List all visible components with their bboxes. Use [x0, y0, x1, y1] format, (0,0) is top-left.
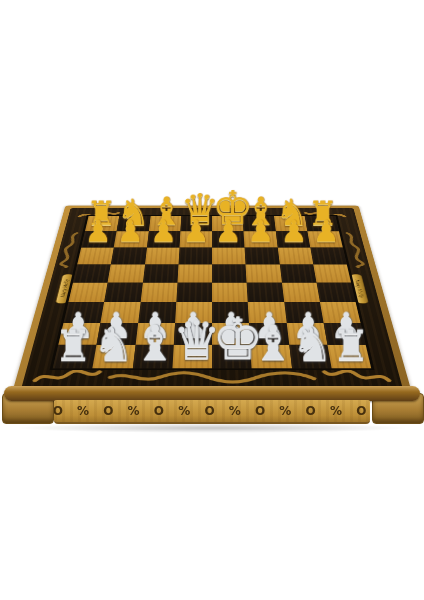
square-a5: [73, 264, 111, 282]
square-b5: [108, 264, 145, 282]
square-f5: [246, 264, 282, 282]
square-c6: [145, 247, 180, 264]
square-c7: ♟: [147, 231, 181, 247]
square-f6: [245, 247, 280, 264]
square-f1: ♝: [250, 345, 291, 369]
square-h8: ♜: [305, 216, 339, 231]
square-b8: ♞: [117, 216, 151, 231]
board-squares: ♜♞♝♛♚♝♞♜♟♟♟♟♟♟♟♟♟♟♟♟♟♟♟♟♜♞♝♛♚♝♞♜: [53, 216, 371, 368]
square-g1: ♞: [289, 345, 332, 369]
square-d2: ♟: [174, 323, 212, 345]
square-h3: [320, 302, 361, 323]
square-g7: ♟: [275, 231, 310, 247]
square-a3: [64, 302, 105, 323]
square-d1: ♛: [172, 345, 212, 369]
front-edge-rail: [4, 386, 420, 401]
square-g8: ♞: [274, 216, 308, 231]
square-f8: ♝: [243, 216, 276, 231]
square-b7: ♟: [114, 231, 149, 247]
square-b4: [104, 283, 142, 302]
square-h1: ♜: [327, 345, 371, 369]
square-a2: ♟: [58, 323, 100, 345]
square-e2: ♟: [212, 323, 250, 345]
square-d7: ♟: [179, 231, 212, 247]
square-a4: [68, 283, 107, 302]
square-b2: ♟: [97, 323, 138, 345]
square-c3: [138, 302, 176, 323]
square-h4: [316, 283, 355, 302]
square-c4: [140, 283, 177, 302]
square-d4: [176, 283, 212, 302]
square-h6: [310, 247, 347, 264]
square-e7: ♟: [212, 231, 245, 247]
square-h5: [313, 264, 351, 282]
board-plane: Marty McFly Marty McFly ♜♞♝♛♚♝♞♜♟♟♟♟♟♟♟♟…: [12, 206, 412, 393]
square-d3: [175, 302, 212, 323]
square-c1: ♝: [132, 345, 173, 369]
square-c8: ♝: [149, 216, 182, 231]
square-a7: ♟: [81, 231, 117, 247]
corner-scroll-icon: [320, 368, 394, 384]
square-b3: [101, 302, 141, 323]
square-e4: [212, 283, 248, 302]
square-e8: ♚: [212, 216, 244, 231]
square-g6: [277, 247, 313, 264]
square-c5: [142, 264, 178, 282]
square-b6: [111, 247, 147, 264]
front-wave-carving-icon: [105, 370, 318, 385]
square-d6: [178, 247, 212, 264]
square-f7: ♟: [244, 231, 278, 247]
square-f4: [247, 283, 284, 302]
square-g5: [279, 264, 316, 282]
brand-plaque-text: Marty McFly: [355, 280, 365, 298]
square-a6: [77, 247, 114, 264]
square-e1: ♚: [212, 345, 252, 369]
square-h7: ♟: [307, 231, 343, 247]
square-g3: [284, 302, 324, 323]
square-d8: ♛: [180, 216, 212, 231]
scene: Marty McFly Marty McFly ♜♞♝♛♚♝♞♜♟♟♟♟♟♟♟♟…: [0, 0, 424, 600]
square-d5: [177, 264, 212, 282]
square-f3: [248, 302, 286, 323]
square-a8: ♜: [85, 216, 119, 231]
square-h2: ♟: [323, 323, 365, 345]
square-a1: ♜: [53, 345, 97, 369]
square-e5: [212, 264, 247, 282]
product-photo: Marty McFly Marty McFly ♜♞♝♛♚♝♞♜♟♟♟♟♟♟♟♟…: [0, 0, 424, 600]
square-e3: [212, 302, 249, 323]
front-frieze-band: O % O % O % O % O % O % O: [54, 400, 370, 424]
square-f2: ♟: [249, 323, 289, 345]
brand-plaque-text: Marty McFly: [60, 280, 70, 298]
square-g4: [282, 283, 320, 302]
square-c2: ♟: [135, 323, 175, 345]
square-e6: [212, 247, 246, 264]
square-b1: ♞: [93, 345, 136, 369]
corner-scroll-icon: [30, 368, 104, 384]
board-shadow: [14, 423, 410, 433]
square-g2: ♟: [286, 323, 327, 345]
